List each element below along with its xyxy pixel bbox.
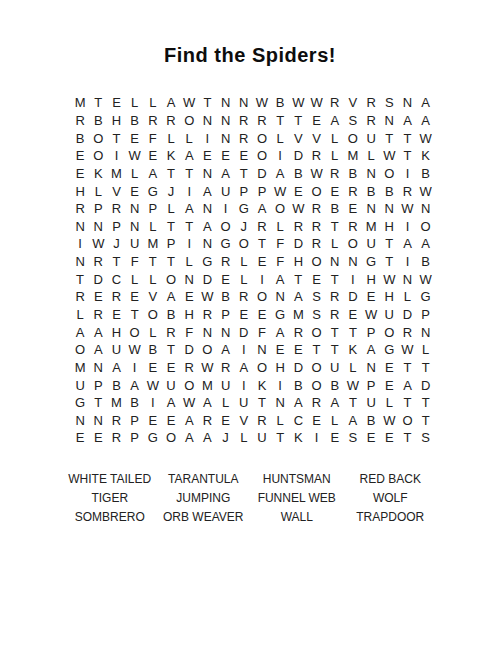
grid-cell-r4-c14[interactable]: R (307, 147, 325, 165)
grid-cell-r3-c19[interactable]: T (398, 129, 416, 147)
grid-cell-r1-c8[interactable]: T (198, 94, 216, 112)
grid-cell-r15-c10[interactable]: I (235, 341, 253, 359)
grid-cell-r15-c13[interactable]: E (289, 341, 307, 359)
grid-cell-r3-c17[interactable]: U (362, 129, 380, 147)
grid-cell-r5-c3[interactable]: M (107, 165, 125, 183)
grid-cell-r8-c15[interactable]: T (326, 217, 344, 235)
grid-cell-r16-c5[interactable]: E (144, 359, 162, 377)
grid-cell-r15-c16[interactable]: K (344, 341, 362, 359)
grid-cell-r2-c16[interactable]: S (344, 112, 362, 130)
grid-cell-r2-c15[interactable]: A (326, 112, 344, 130)
grid-cell-r11-c7[interactable]: N (180, 270, 198, 288)
grid-cell-r10-c11[interactable]: E (253, 253, 271, 271)
grid-cell-r19-c16[interactable]: A (344, 412, 362, 430)
grid-cell-r15-c5[interactable]: B (144, 341, 162, 359)
grid-cell-r20-c1[interactable]: E (71, 429, 89, 447)
grid-cell-r10-c18[interactable]: T (380, 253, 398, 271)
grid-cell-r15-c8[interactable]: O (198, 341, 216, 359)
grid-cell-r1-c16[interactable]: V (344, 94, 362, 112)
grid-cell-r14-c20[interactable]: N (417, 323, 435, 341)
grid-cell-r7-c13[interactable]: W (289, 200, 307, 218)
grid-cell-r1-c6[interactable]: A (162, 94, 180, 112)
grid-cell-r9-c1[interactable]: I (71, 235, 89, 253)
grid-cell-r12-c9[interactable]: B (217, 288, 235, 306)
grid-cell-r12-c2[interactable]: E (89, 288, 107, 306)
grid-cell-r5-c14[interactable]: W (307, 165, 325, 183)
grid-cell-r6-c5[interactable]: G (144, 182, 162, 200)
grid-cell-r8-c20[interactable]: O (417, 217, 435, 235)
grid-cell-r8-c16[interactable]: R (344, 217, 362, 235)
grid-cell-r14-c12[interactable]: A (271, 323, 289, 341)
grid-cell-r9-c4[interactable]: U (126, 235, 144, 253)
grid-cell-r9-c12[interactable]: F (271, 235, 289, 253)
grid-cell-r8-c9[interactable]: O (217, 217, 235, 235)
grid-cell-r12-c19[interactable]: L (398, 288, 416, 306)
grid-cell-r20-c6[interactable]: O (162, 429, 180, 447)
grid-cell-r2-c9[interactable]: N (217, 112, 235, 130)
grid-cell-r12-c10[interactable]: R (235, 288, 253, 306)
grid-cell-r18-c14[interactable]: R (307, 394, 325, 412)
grid-cell-r10-c1[interactable]: N (71, 253, 89, 271)
grid-cell-r4-c12[interactable]: I (271, 147, 289, 165)
grid-cell-r3-c20[interactable]: W (417, 129, 435, 147)
grid-cell-r3-c7[interactable]: L (180, 129, 198, 147)
grid-cell-r20-c8[interactable]: A (198, 429, 216, 447)
grid-cell-r6-c10[interactable]: P (235, 182, 253, 200)
grid-cell-r12-c15[interactable]: R (326, 288, 344, 306)
grid-cell-r2-c6[interactable]: R (162, 112, 180, 130)
grid-cell-r1-c13[interactable]: W (289, 94, 307, 112)
grid-cell-r17-c2[interactable]: P (89, 376, 107, 394)
grid-cell-r14-c6[interactable]: R (162, 323, 180, 341)
grid-cell-r18-c20[interactable]: T (417, 394, 435, 412)
grid-cell-r19-c4[interactable]: P (126, 412, 144, 430)
grid-cell-r18-c9[interactable]: L (217, 394, 235, 412)
grid-cell-r4-c1[interactable]: E (71, 147, 89, 165)
grid-cell-r8-c18[interactable]: H (380, 217, 398, 235)
grid-cell-r20-c15[interactable]: E (326, 429, 344, 447)
grid-cell-r2-c14[interactable]: E (307, 112, 325, 130)
grid-cell-r3-c18[interactable]: T (380, 129, 398, 147)
grid-cell-r11-c16[interactable]: I (344, 270, 362, 288)
grid-cell-r4-c4[interactable]: W (126, 147, 144, 165)
grid-cell-r3-c6[interactable]: L (162, 129, 180, 147)
grid-cell-r1-c9[interactable]: N (217, 94, 235, 112)
grid-cell-r18-c18[interactable]: L (380, 394, 398, 412)
grid-cell-r11-c13[interactable]: T (289, 270, 307, 288)
grid-cell-r6-c6[interactable]: J (162, 182, 180, 200)
grid-cell-r14-c13[interactable]: R (289, 323, 307, 341)
grid-cell-r11-c14[interactable]: E (307, 270, 325, 288)
grid-cell-r13-c7[interactable]: H (180, 306, 198, 324)
grid-cell-r5-c19[interactable]: I (398, 165, 416, 183)
grid-cell-r11-c18[interactable]: W (380, 270, 398, 288)
grid-cell-r19-c14[interactable]: E (307, 412, 325, 430)
grid-cell-r6-c9[interactable]: U (217, 182, 235, 200)
grid-cell-r17-c11[interactable]: K (253, 376, 271, 394)
grid-cell-r15-c15[interactable]: T (326, 341, 344, 359)
grid-cell-r10-c7[interactable]: L (180, 253, 198, 271)
grid-cell-r14-c10[interactable]: D (235, 323, 253, 341)
grid-cell-r10-c20[interactable]: B (417, 253, 435, 271)
grid-cell-r13-c18[interactable]: U (380, 306, 398, 324)
grid-cell-r17-c7[interactable]: O (180, 376, 198, 394)
grid-cell-r17-c5[interactable]: W (144, 376, 162, 394)
grid-cell-r20-c13[interactable]: K (289, 429, 307, 447)
grid-cell-r15-c3[interactable]: U (107, 341, 125, 359)
grid-cell-r18-c3[interactable]: M (107, 394, 125, 412)
grid-cell-r15-c18[interactable]: G (380, 341, 398, 359)
grid-cell-r6-c4[interactable]: E (126, 182, 144, 200)
grid-cell-r11-c2[interactable]: D (89, 270, 107, 288)
grid-cell-r2-c7[interactable]: O (180, 112, 198, 130)
grid-cell-r2-c11[interactable]: R (253, 112, 271, 130)
grid-cell-r3-c8[interactable]: I (198, 129, 216, 147)
grid-cell-r7-c15[interactable]: B (326, 200, 344, 218)
grid-cell-r18-c7[interactable]: W (180, 394, 198, 412)
grid-cell-r16-c9[interactable]: R (217, 359, 235, 377)
grid-cell-r12-c12[interactable]: N (271, 288, 289, 306)
grid-cell-r14-c19[interactable]: R (398, 323, 416, 341)
grid-cell-r2-c17[interactable]: R (362, 112, 380, 130)
grid-cell-r13-c19[interactable]: D (398, 306, 416, 324)
grid-cell-r16-c20[interactable]: T (417, 359, 435, 377)
grid-cell-r7-c12[interactable]: O (271, 200, 289, 218)
grid-cell-r9-c7[interactable]: I (180, 235, 198, 253)
grid-cell-r11-c10[interactable]: L (235, 270, 253, 288)
grid-cell-r17-c4[interactable]: A (126, 376, 144, 394)
grid-cell-r1-c7[interactable]: W (180, 94, 198, 112)
grid-cell-r10-c6[interactable]: T (162, 253, 180, 271)
grid-cell-r9-c3[interactable]: J (107, 235, 125, 253)
grid-cell-r19-c13[interactable]: C (289, 412, 307, 430)
grid-cell-r14-c4[interactable]: O (126, 323, 144, 341)
grid-cell-r19-c11[interactable]: R (253, 412, 271, 430)
grid-cell-r19-c5[interactable]: E (144, 412, 162, 430)
grid-cell-r5-c13[interactable]: B (289, 165, 307, 183)
grid-cell-r8-c4[interactable]: N (126, 217, 144, 235)
grid-cell-r5-c7[interactable]: T (180, 165, 198, 183)
grid-cell-r14-c16[interactable]: T (344, 323, 362, 341)
grid-cell-r18-c16[interactable]: T (344, 394, 362, 412)
grid-cell-r6-c2[interactable]: L (89, 182, 107, 200)
grid-cell-r16-c8[interactable]: W (198, 359, 216, 377)
grid-cell-r18-c11[interactable]: T (253, 394, 271, 412)
grid-cell-r13-c2[interactable]: R (89, 306, 107, 324)
grid-cell-r20-c16[interactable]: S (344, 429, 362, 447)
grid-cell-r16-c19[interactable]: T (398, 359, 416, 377)
grid-cell-r7-c17[interactable]: N (362, 200, 380, 218)
grid-cell-r10-c15[interactable]: N (326, 253, 344, 271)
grid-cell-r13-c14[interactable]: S (307, 306, 325, 324)
grid-cell-r14-c18[interactable]: O (380, 323, 398, 341)
grid-cell-r11-c12[interactable]: A (271, 270, 289, 288)
grid-cell-r7-c1[interactable]: R (71, 200, 89, 218)
grid-cell-r1-c2[interactable]: T (89, 94, 107, 112)
grid-cell-r16-c11[interactable]: O (253, 359, 271, 377)
grid-cell-r12-c11[interactable]: O (253, 288, 271, 306)
grid-cell-r4-c6[interactable]: K (162, 147, 180, 165)
grid-cell-r3-c5[interactable]: F (144, 129, 162, 147)
grid-cell-r20-c17[interactable]: E (362, 429, 380, 447)
grid-cell-r1-c15[interactable]: R (326, 94, 344, 112)
grid-cell-r19-c2[interactable]: N (89, 412, 107, 430)
grid-cell-r9-c16[interactable]: O (344, 235, 362, 253)
grid-cell-r8-c19[interactable]: I (398, 217, 416, 235)
grid-cell-r14-c1[interactable]: A (71, 323, 89, 341)
grid-cell-r1-c14[interactable]: W (307, 94, 325, 112)
grid-cell-r7-c4[interactable]: N (126, 200, 144, 218)
grid-cell-r19-c1[interactable]: N (71, 412, 89, 430)
grid-cell-r13-c17[interactable]: W (362, 306, 380, 324)
grid-cell-r3-c14[interactable]: V (307, 129, 325, 147)
grid-cell-r2-c5[interactable]: R (144, 112, 162, 130)
grid-cell-r14-c15[interactable]: T (326, 323, 344, 341)
grid-cell-r11-c20[interactable]: W (417, 270, 435, 288)
grid-cell-r13-c5[interactable]: O (144, 306, 162, 324)
grid-cell-r18-c17[interactable]: U (362, 394, 380, 412)
grid-cell-r16-c16[interactable]: L (344, 359, 362, 377)
grid-cell-r12-c5[interactable]: V (144, 288, 162, 306)
grid-cell-r15-c11[interactable]: N (253, 341, 271, 359)
grid-cell-r5-c1[interactable]: E (71, 165, 89, 183)
grid-cell-r13-c15[interactable]: R (326, 306, 344, 324)
grid-cell-r7-c10[interactable]: G (235, 200, 253, 218)
grid-cell-r6-c3[interactable]: V (107, 182, 125, 200)
grid-cell-r1-c3[interactable]: E (107, 94, 125, 112)
grid-cell-r5-c11[interactable]: D (253, 165, 271, 183)
grid-cell-r1-c11[interactable]: W (253, 94, 271, 112)
grid-cell-r12-c18[interactable]: H (380, 288, 398, 306)
grid-cell-r9-c11[interactable]: T (253, 235, 271, 253)
grid-cell-r13-c9[interactable]: P (217, 306, 235, 324)
grid-cell-r5-c8[interactable]: N (198, 165, 216, 183)
grid-cell-r14-c7[interactable]: F (180, 323, 198, 341)
grid-cell-r7-c6[interactable]: L (162, 200, 180, 218)
grid-cell-r15-c4[interactable]: W (126, 341, 144, 359)
grid-cell-r16-c18[interactable]: E (380, 359, 398, 377)
grid-cell-r17-c20[interactable]: D (417, 376, 435, 394)
grid-cell-r13-c4[interactable]: T (126, 306, 144, 324)
grid-cell-r4-c17[interactable]: L (362, 147, 380, 165)
grid-cell-r9-c2[interactable]: W (89, 235, 107, 253)
grid-cell-r5-c9[interactable]: A (217, 165, 235, 183)
grid-cell-r20-c18[interactable]: E (380, 429, 398, 447)
grid-cell-r10-c16[interactable]: N (344, 253, 362, 271)
grid-cell-r3-c3[interactable]: T (107, 129, 125, 147)
grid-cell-r13-c6[interactable]: B (162, 306, 180, 324)
grid-cell-r20-c5[interactable]: G (144, 429, 162, 447)
grid-cell-r9-c6[interactable]: P (162, 235, 180, 253)
grid-cell-r5-c18[interactable]: O (380, 165, 398, 183)
grid-cell-r2-c2[interactable]: B (89, 112, 107, 130)
grid-cell-r4-c11[interactable]: O (253, 147, 271, 165)
grid-cell-r16-c6[interactable]: E (162, 359, 180, 377)
grid-cell-r16-c7[interactable]: R (180, 359, 198, 377)
grid-cell-r10-c9[interactable]: R (217, 253, 235, 271)
grid-cell-r1-c5[interactable]: L (144, 94, 162, 112)
grid-cell-r10-c19[interactable]: I (398, 253, 416, 271)
grid-cell-r12-c3[interactable]: R (107, 288, 125, 306)
grid-cell-r3-c15[interactable]: L (326, 129, 344, 147)
grid-cell-r14-c2[interactable]: A (89, 323, 107, 341)
grid-cell-r19-c8[interactable]: R (198, 412, 216, 430)
grid-cell-r3-c12[interactable]: L (271, 129, 289, 147)
grid-cell-r8-c1[interactable]: N (71, 217, 89, 235)
grid-cell-r9-c15[interactable]: L (326, 235, 344, 253)
grid-cell-r18-c5[interactable]: I (144, 394, 162, 412)
grid-cell-r4-c3[interactable]: I (107, 147, 125, 165)
grid-cell-r17-c17[interactable]: P (362, 376, 380, 394)
grid-cell-r5-c17[interactable]: N (362, 165, 380, 183)
grid-cell-r9-c8[interactable]: N (198, 235, 216, 253)
grid-cell-r10-c2[interactable]: R (89, 253, 107, 271)
grid-cell-r17-c13[interactable]: B (289, 376, 307, 394)
grid-cell-r5-c2[interactable]: K (89, 165, 107, 183)
grid-cell-r3-c2[interactable]: O (89, 129, 107, 147)
grid-cell-r20-c12[interactable]: T (271, 429, 289, 447)
grid-cell-r19-c18[interactable]: W (380, 412, 398, 430)
grid-cell-r7-c2[interactable]: P (89, 200, 107, 218)
grid-cell-r19-c7[interactable]: A (180, 412, 198, 430)
grid-cell-r16-c17[interactable]: N (362, 359, 380, 377)
grid-cell-r10-c5[interactable]: T (144, 253, 162, 271)
grid-cell-r6-c19[interactable]: R (398, 182, 416, 200)
grid-cell-r19-c9[interactable]: E (217, 412, 235, 430)
grid-cell-r17-c18[interactable]: E (380, 376, 398, 394)
grid-cell-r20-c7[interactable]: A (180, 429, 198, 447)
grid-cell-r12-c8[interactable]: W (198, 288, 216, 306)
grid-cell-r16-c15[interactable]: U (326, 359, 344, 377)
grid-cell-r20-c3[interactable]: R (107, 429, 125, 447)
grid-cell-r11-c19[interactable]: N (398, 270, 416, 288)
grid-cell-r7-c9[interactable]: I (217, 200, 235, 218)
grid-cell-r15-c6[interactable]: T (162, 341, 180, 359)
grid-cell-r4-c10[interactable]: E (235, 147, 253, 165)
grid-cell-r13-c16[interactable]: E (344, 306, 362, 324)
grid-cell-r15-c9[interactable]: A (217, 341, 235, 359)
grid-cell-r3-c4[interactable]: E (126, 129, 144, 147)
grid-cell-r4-c15[interactable]: L (326, 147, 344, 165)
grid-cell-r19-c10[interactable]: V (235, 412, 253, 430)
grid-cell-r16-c4[interactable]: I (126, 359, 144, 377)
grid-cell-r6-c14[interactable]: O (307, 182, 325, 200)
grid-cell-r17-c9[interactable]: U (217, 376, 235, 394)
grid-cell-r18-c1[interactable]: G (71, 394, 89, 412)
grid-cell-r8-c13[interactable]: R (289, 217, 307, 235)
grid-cell-r11-c17[interactable]: H (362, 270, 380, 288)
grid-cell-r9-c10[interactable]: O (235, 235, 253, 253)
grid-cell-r14-c11[interactable]: F (253, 323, 271, 341)
grid-cell-r12-c16[interactable]: D (344, 288, 362, 306)
grid-cell-r18-c12[interactable]: N (271, 394, 289, 412)
grid-cell-r18-c10[interactable]: U (235, 394, 253, 412)
grid-cell-r6-c7[interactable]: I (180, 182, 198, 200)
grid-cell-r6-c12[interactable]: W (271, 182, 289, 200)
grid-cell-r6-c15[interactable]: E (326, 182, 344, 200)
grid-cell-r5-c16[interactable]: B (344, 165, 362, 183)
grid-cell-r1-c19[interactable]: N (398, 94, 416, 112)
grid-cell-r17-c16[interactable]: W (344, 376, 362, 394)
grid-cell-r4-c18[interactable]: W (380, 147, 398, 165)
grid-cell-r7-c8[interactable]: N (198, 200, 216, 218)
grid-cell-r10-c3[interactable]: T (107, 253, 125, 271)
grid-cell-r1-c4[interactable]: L (126, 94, 144, 112)
grid-cell-r7-c16[interactable]: E (344, 200, 362, 218)
grid-cell-r10-c8[interactable]: G (198, 253, 216, 271)
grid-cell-r14-c3[interactable]: H (107, 323, 125, 341)
grid-cell-r12-c14[interactable]: S (307, 288, 325, 306)
grid-cell-r11-c8[interactable]: D (198, 270, 216, 288)
grid-cell-r1-c10[interactable]: N (235, 94, 253, 112)
grid-cell-r3-c13[interactable]: V (289, 129, 307, 147)
grid-cell-r17-c1[interactable]: U (71, 376, 89, 394)
grid-cell-r2-c20[interactable]: A (417, 112, 435, 130)
grid-cell-r10-c12[interactable]: F (271, 253, 289, 271)
grid-cell-r5-c4[interactable]: L (126, 165, 144, 183)
grid-cell-r4-c9[interactable]: E (217, 147, 235, 165)
grid-cell-r14-c5[interactable]: L (144, 323, 162, 341)
grid-cell-r4-c5[interactable]: E (144, 147, 162, 165)
grid-cell-r7-c11[interactable]: A (253, 200, 271, 218)
grid-cell-r9-c13[interactable]: D (289, 235, 307, 253)
grid-cell-r4-c2[interactable]: O (89, 147, 107, 165)
grid-cell-r3-c16[interactable]: O (344, 129, 362, 147)
grid-cell-r11-c4[interactable]: L (126, 270, 144, 288)
grid-cell-r6-c17[interactable]: B (362, 182, 380, 200)
grid-cell-r3-c9[interactable]: N (217, 129, 235, 147)
grid-cell-r13-c10[interactable]: E (235, 306, 253, 324)
grid-cell-r8-c2[interactable]: N (89, 217, 107, 235)
grid-cell-r19-c3[interactable]: R (107, 412, 125, 430)
grid-cell-r1-c17[interactable]: R (362, 94, 380, 112)
grid-cell-r7-c3[interactable]: R (107, 200, 125, 218)
grid-cell-r1-c1[interactable]: M (71, 94, 89, 112)
grid-cell-r11-c15[interactable]: T (326, 270, 344, 288)
grid-cell-r13-c12[interactable]: G (271, 306, 289, 324)
grid-cell-r20-c2[interactable]: E (89, 429, 107, 447)
grid-cell-r8-c12[interactable]: L (271, 217, 289, 235)
grid-cell-r19-c12[interactable]: L (271, 412, 289, 430)
grid-cell-r16-c13[interactable]: D (289, 359, 307, 377)
grid-cell-r13-c3[interactable]: E (107, 306, 125, 324)
grid-cell-r5-c10[interactable]: T (235, 165, 253, 183)
grid-cell-r18-c4[interactable]: B (126, 394, 144, 412)
grid-cell-r11-c11[interactable]: I (253, 270, 271, 288)
grid-cell-r11-c5[interactable]: L (144, 270, 162, 288)
grid-cell-r9-c19[interactable]: A (398, 235, 416, 253)
grid-cell-r6-c16[interactable]: R (344, 182, 362, 200)
grid-cell-r7-c20[interactable]: N (417, 200, 435, 218)
grid-cell-r17-c15[interactable]: B (326, 376, 344, 394)
grid-cell-r3-c11[interactable]: O (253, 129, 271, 147)
grid-cell-r1-c20[interactable]: A (417, 94, 435, 112)
grid-cell-r3-c10[interactable]: R (235, 129, 253, 147)
grid-cell-r5-c6[interactable]: T (162, 165, 180, 183)
grid-cell-r20-c4[interactable]: P (126, 429, 144, 447)
grid-cell-r12-c13[interactable]: A (289, 288, 307, 306)
grid-cell-r14-c14[interactable]: O (307, 323, 325, 341)
grid-cell-r7-c19[interactable]: W (398, 200, 416, 218)
grid-cell-r17-c3[interactable]: B (107, 376, 125, 394)
grid-cell-r18-c6[interactable]: A (162, 394, 180, 412)
grid-cell-r18-c2[interactable]: T (89, 394, 107, 412)
grid-cell-r12-c1[interactable]: R (71, 288, 89, 306)
grid-cell-r8-c7[interactable]: T (180, 217, 198, 235)
grid-cell-r8-c3[interactable]: P (107, 217, 125, 235)
grid-cell-r4-c13[interactable]: D (289, 147, 307, 165)
grid-cell-r8-c8[interactable]: A (198, 217, 216, 235)
